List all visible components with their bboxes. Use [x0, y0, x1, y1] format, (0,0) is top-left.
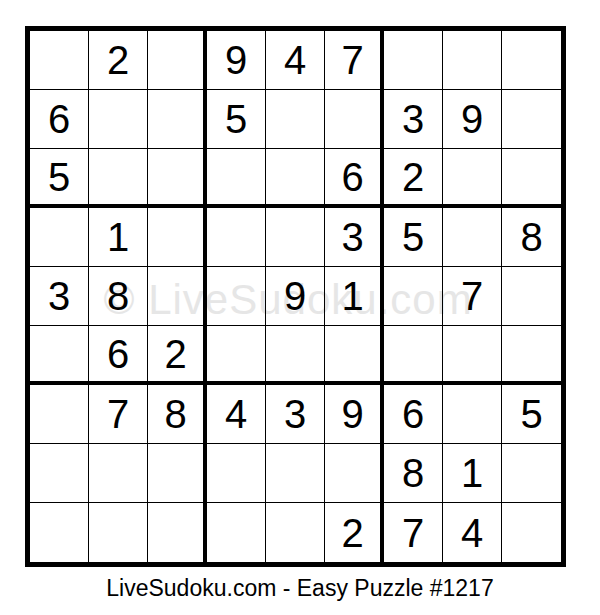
cell-r1c2[interactable]: 2: [89, 31, 148, 90]
cell-r7c1[interactable]: [30, 385, 89, 444]
cell-r9c9[interactable]: [502, 503, 561, 562]
cell-r1c9[interactable]: [502, 31, 561, 90]
cell-r4c3[interactable]: [148, 208, 207, 267]
cell-r6c2[interactable]: 6: [89, 326, 148, 385]
cell-r2c7[interactable]: 3: [384, 90, 443, 149]
cell-r7c8[interactable]: [443, 385, 502, 444]
cell-r8c1[interactable]: [30, 444, 89, 503]
cell-r9c6[interactable]: 2: [325, 503, 384, 562]
cell-r7c4[interactable]: 4: [207, 385, 266, 444]
puzzle-page: © LiveSudoku.com 29476539562135838917627…: [0, 0, 600, 615]
cell-r4c9[interactable]: 8: [502, 208, 561, 267]
cell-r2c5[interactable]: [266, 90, 325, 149]
cell-r2c9[interactable]: [502, 90, 561, 149]
cell-r1c4[interactable]: 9: [207, 31, 266, 90]
cell-r3c3[interactable]: [148, 149, 207, 208]
cell-r4c2[interactable]: 1: [89, 208, 148, 267]
cell-r6c7[interactable]: [384, 326, 443, 385]
cell-r8c6[interactable]: [325, 444, 384, 503]
cell-r7c7[interactable]: 6: [384, 385, 443, 444]
cell-r9c7[interactable]: 7: [384, 503, 443, 562]
cell-r8c3[interactable]: [148, 444, 207, 503]
cell-r5c2[interactable]: 8: [89, 267, 148, 326]
cell-r9c3[interactable]: [148, 503, 207, 562]
cell-r8c9[interactable]: [502, 444, 561, 503]
cell-r4c6[interactable]: 3: [325, 208, 384, 267]
cell-r4c1[interactable]: [30, 208, 89, 267]
cell-r3c5[interactable]: [266, 149, 325, 208]
cell-r8c7[interactable]: 8: [384, 444, 443, 503]
cell-r2c3[interactable]: [148, 90, 207, 149]
cell-r6c5[interactable]: [266, 326, 325, 385]
cell-r7c3[interactable]: 8: [148, 385, 207, 444]
cell-r1c7[interactable]: [384, 31, 443, 90]
cell-r7c5[interactable]: 3: [266, 385, 325, 444]
cell-r5c4[interactable]: [207, 267, 266, 326]
cell-r5c3[interactable]: [148, 267, 207, 326]
cell-r1c8[interactable]: [443, 31, 502, 90]
cell-r4c4[interactable]: [207, 208, 266, 267]
cell-r3c4[interactable]: [207, 149, 266, 208]
cell-r3c9[interactable]: [502, 149, 561, 208]
cell-r3c2[interactable]: [89, 149, 148, 208]
cell-r5c8[interactable]: 7: [443, 267, 502, 326]
cell-r6c1[interactable]: [30, 326, 89, 385]
cell-r8c4[interactable]: [207, 444, 266, 503]
cell-r2c1[interactable]: 6: [30, 90, 89, 149]
cell-r1c5[interactable]: 4: [266, 31, 325, 90]
cell-r4c5[interactable]: [266, 208, 325, 267]
cell-r9c1[interactable]: [30, 503, 89, 562]
cell-r4c8[interactable]: [443, 208, 502, 267]
cell-r5c5[interactable]: 9: [266, 267, 325, 326]
cell-r7c2[interactable]: 7: [89, 385, 148, 444]
cell-r3c7[interactable]: 2: [384, 149, 443, 208]
cell-r3c1[interactable]: 5: [30, 149, 89, 208]
cell-r5c9[interactable]: [502, 267, 561, 326]
sudoku-grid: 2947653956213583891762784396581274: [30, 31, 561, 562]
cell-r8c8[interactable]: 1: [443, 444, 502, 503]
cell-r2c4[interactable]: 5: [207, 90, 266, 149]
cell-r3c8[interactable]: [443, 149, 502, 208]
cell-r6c8[interactable]: [443, 326, 502, 385]
cell-r1c1[interactable]: [30, 31, 89, 90]
cell-r9c5[interactable]: [266, 503, 325, 562]
cell-r5c7[interactable]: [384, 267, 443, 326]
sudoku-board: © LiveSudoku.com 29476539562135838917627…: [25, 26, 566, 567]
cell-r9c8[interactable]: 4: [443, 503, 502, 562]
cell-r8c5[interactable]: [266, 444, 325, 503]
cell-r6c6[interactable]: [325, 326, 384, 385]
cell-r2c2[interactable]: [89, 90, 148, 149]
cell-r2c8[interactable]: 9: [443, 90, 502, 149]
cell-r6c4[interactable]: [207, 326, 266, 385]
cell-r6c3[interactable]: 2: [148, 326, 207, 385]
cell-r9c4[interactable]: [207, 503, 266, 562]
cell-r8c2[interactable]: [89, 444, 148, 503]
cell-r5c6[interactable]: 1: [325, 267, 384, 326]
cell-r7c6[interactable]: 9: [325, 385, 384, 444]
cell-r3c6[interactable]: 6: [325, 149, 384, 208]
cell-r7c9[interactable]: 5: [502, 385, 561, 444]
caption: LiveSudoku.com - Easy Puzzle #1217: [0, 575, 600, 602]
cell-r9c2[interactable]: [89, 503, 148, 562]
cell-r4c7[interactable]: 5: [384, 208, 443, 267]
cell-r1c3[interactable]: [148, 31, 207, 90]
cell-r2c6[interactable]: [325, 90, 384, 149]
cell-r1c6[interactable]: 7: [325, 31, 384, 90]
cell-r6c9[interactable]: [502, 326, 561, 385]
cell-r5c1[interactable]: 3: [30, 267, 89, 326]
